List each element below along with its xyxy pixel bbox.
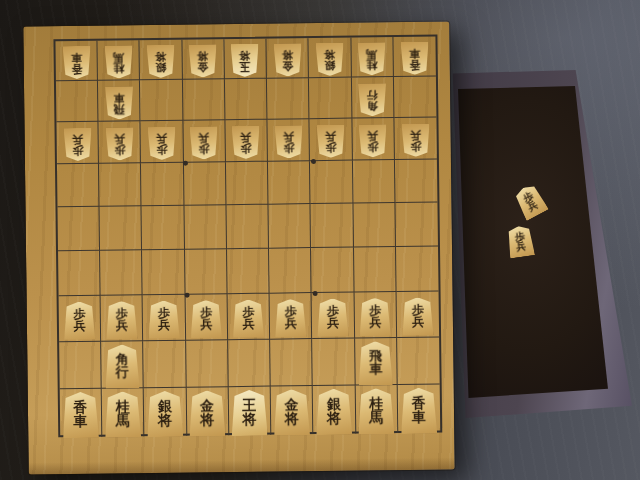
board-square[interactable]: 銀将 — [140, 40, 183, 81]
board-square[interactable]: 歩兵 — [310, 119, 353, 162]
board-square[interactable] — [140, 80, 183, 122]
piece-kanji: 香 — [71, 62, 82, 73]
board-square[interactable]: 香車 — [55, 41, 98, 82]
piece-kanji: 兵 — [241, 132, 252, 143]
board-square[interactable]: 飛車 — [355, 338, 398, 386]
board-square[interactable]: 香車 — [393, 37, 436, 78]
board-square[interactable] — [267, 78, 310, 120]
shogi-piece[interactable]: 歩兵 — [148, 300, 179, 338]
piece-kanji: 馬 — [113, 51, 124, 62]
shogi-piece[interactable]: 歩兵 — [63, 128, 91, 161]
shogi-piece[interactable]: 金将 — [189, 390, 226, 436]
piece-kanji: 銀 — [324, 59, 335, 70]
board-square[interactable] — [186, 340, 229, 388]
shogi-piece[interactable]: 金将 — [273, 43, 301, 76]
shogi-piece[interactable]: 歩兵 — [190, 300, 221, 338]
board-square[interactable] — [352, 160, 395, 204]
board-square[interactable]: 歩兵 — [99, 121, 142, 164]
board-square[interactable] — [226, 205, 269, 250]
board-square[interactable]: 金将 — [267, 38, 310, 79]
captured-piece[interactable]: 歩兵 — [512, 182, 549, 221]
captured-piece[interactable]: 歩兵 — [506, 224, 535, 258]
piece-kanji: 兵 — [242, 318, 254, 330]
star-point — [311, 159, 316, 164]
board-square[interactable] — [397, 338, 440, 386]
board-square[interactable] — [269, 204, 312, 249]
piece-kanji: 兵 — [156, 133, 167, 144]
piece-kanji: 兵 — [325, 131, 336, 142]
piece-kanji: 桂 — [366, 59, 377, 70]
piece-kanji: 兵 — [285, 318, 297, 330]
piece-kanji: 将 — [240, 50, 251, 61]
piece-kanji: 歩 — [325, 141, 336, 152]
board-square[interactable]: 歩兵 — [183, 120, 226, 163]
board-square[interactable] — [100, 250, 143, 296]
piece-kanji: 車 — [74, 415, 88, 429]
shogi-piece[interactable]: 歩兵 — [359, 124, 387, 157]
board-square[interactable]: 歩兵 — [312, 293, 355, 340]
board-square[interactable] — [183, 79, 226, 121]
piece-kanji: 兵 — [526, 199, 539, 212]
board-square[interactable]: 桂馬 — [98, 40, 141, 81]
piece-kanji: 将 — [155, 51, 166, 62]
piece-kanji: 歩 — [241, 142, 252, 153]
piece-kanji: 馬 — [369, 411, 383, 425]
piece-kanji: 兵 — [283, 131, 294, 142]
board-square[interactable]: 歩兵 — [185, 294, 228, 341]
piece-kanji: 金 — [282, 60, 293, 71]
piece-kanji: 兵 — [198, 132, 209, 143]
board-square[interactable] — [227, 249, 270, 295]
board-square[interactable]: 歩兵 — [396, 292, 439, 339]
piece-kanji: 兵 — [369, 317, 381, 329]
board-square[interactable]: 銀将 — [144, 388, 187, 437]
shogi-piece[interactable]: 歩兵 — [316, 125, 344, 158]
shogi-piece[interactable]: 歩兵 — [317, 298, 348, 336]
piece-kanji: 歩 — [198, 143, 209, 154]
board-square[interactable]: 金将 — [182, 39, 225, 80]
piece-kanji: 将 — [243, 413, 257, 427]
shogi-piece[interactable]: 歩兵 — [232, 126, 260, 159]
board-square[interactable]: 玉将 — [224, 39, 267, 80]
shogi-piece[interactable]: 角行 — [358, 83, 386, 116]
shogi-piece[interactable]: 歩兵 — [190, 126, 218, 159]
shogi-piece[interactable]: 銀将 — [147, 45, 175, 78]
board-square[interactable]: 歩兵 — [394, 118, 437, 161]
board-square[interactable]: 香車 — [60, 389, 103, 438]
shogi-piece[interactable]: 歩兵 — [64, 301, 95, 339]
piece-kanji: 兵 — [114, 133, 125, 144]
piece-kanji: 車 — [369, 363, 382, 376]
shogi-piece[interactable]: 飛車 — [105, 86, 133, 119]
shogi-piece[interactable]: 角行 — [105, 344, 140, 388]
board-square[interactable] — [311, 248, 354, 294]
shogi-piece[interactable]: 銀将 — [315, 43, 343, 76]
piece-kanji: 桂 — [113, 62, 124, 73]
piece-kanji: 歩 — [283, 142, 294, 153]
board-square[interactable]: 歩兵 — [101, 295, 144, 342]
star-point — [185, 293, 190, 298]
shogi-piece[interactable]: 玉将 — [231, 44, 259, 77]
piece-kanji: 将 — [282, 49, 293, 60]
board-square[interactable]: 角行 — [351, 77, 394, 119]
piece-kanji: 金 — [197, 61, 208, 72]
star-point — [313, 291, 318, 296]
piece-kanji: 将 — [197, 50, 208, 61]
board-square[interactable] — [225, 79, 268, 121]
board-square[interactable]: 桂馬 — [355, 385, 398, 434]
board-square[interactable] — [184, 205, 227, 250]
piece-kanji: 兵 — [327, 317, 339, 329]
piece-kanji: 将 — [200, 413, 214, 427]
board-square[interactable]: 歩兵 — [354, 292, 397, 339]
shogi-piece[interactable]: 歩兵 — [233, 299, 264, 337]
piece-kanji: 歩 — [367, 141, 378, 152]
board-square[interactable]: 飛車 — [98, 80, 141, 122]
piece-kanji: 馬 — [116, 414, 130, 428]
board-square[interactable] — [395, 203, 438, 248]
board-square[interactable] — [310, 161, 353, 205]
star-point — [183, 161, 188, 166]
board-square[interactable] — [185, 249, 228, 295]
board-grid: 香車桂馬銀将金将玉将金将銀将桂馬香車飛車角行歩兵歩兵歩兵歩兵歩兵歩兵歩兵歩兵歩兵… — [53, 35, 442, 438]
piece-kanji: 歩 — [114, 144, 125, 155]
board-square[interactable] — [184, 162, 227, 206]
board-square[interactable]: 歩兵 — [56, 122, 99, 165]
shogi-piece[interactable]: 銀将 — [316, 389, 353, 435]
board-square[interactable]: 銀将 — [309, 38, 352, 79]
shogi-piece[interactable]: 金将 — [189, 44, 217, 77]
shogi-piece[interactable]: 歩兵 — [275, 299, 306, 337]
board-square[interactable]: 金将 — [271, 386, 314, 435]
board-square[interactable]: 歩兵 — [141, 121, 184, 164]
board-square[interactable]: 王将 — [229, 387, 272, 436]
board-square[interactable] — [226, 162, 269, 206]
table-background: 香車桂馬銀将金将玉将金将銀将桂馬香車飛車角行歩兵歩兵歩兵歩兵歩兵歩兵歩兵歩兵歩兵… — [0, 0, 640, 480]
board-square[interactable] — [56, 81, 99, 123]
shogi-piece[interactable]: 歩兵 — [401, 124, 429, 157]
board-square[interactable]: 銀将 — [313, 386, 356, 435]
board-square[interactable] — [309, 78, 352, 120]
piece-kanji: 車 — [409, 48, 420, 59]
board-square[interactable]: 歩兵 — [227, 294, 270, 341]
piece-kanji: 車 — [113, 92, 124, 103]
shogi-piece[interactable]: 桂馬 — [358, 388, 395, 434]
board-square[interactable] — [100, 206, 143, 251]
piece-kanji: 兵 — [72, 134, 83, 145]
piece-kanji: 兵 — [516, 241, 527, 252]
board-square[interactable] — [142, 206, 185, 251]
piece-kanji: 行 — [116, 366, 129, 379]
piece-kanji: 兵 — [200, 319, 212, 331]
shogi-board: 香車桂馬銀将金将玉将金将銀将桂馬香車飛車角行歩兵歩兵歩兵歩兵歩兵歩兵歩兵歩兵歩兵… — [23, 21, 454, 474]
piece-kanji: 兵 — [73, 320, 85, 332]
board-square[interactable] — [228, 340, 271, 388]
board-square[interactable] — [57, 207, 100, 252]
board-square[interactable] — [144, 341, 187, 389]
board-square[interactable]: 歩兵 — [143, 295, 186, 342]
board-square[interactable] — [394, 77, 437, 119]
shogi-piece[interactable]: 香車 — [62, 392, 99, 438]
board-square[interactable] — [311, 204, 354, 249]
shogi-piece[interactable]: 桂馬 — [358, 42, 386, 75]
board-square[interactable]: 歩兵 — [59, 296, 102, 343]
piece-kanji: 将 — [285, 412, 299, 426]
board-square[interactable] — [396, 247, 439, 293]
board-square[interactable] — [58, 251, 101, 297]
shogi-piece[interactable]: 香車 — [400, 42, 428, 75]
board-square[interactable]: 歩兵 — [268, 119, 311, 162]
shogi-piece[interactable]: 香車 — [62, 46, 90, 79]
piece-kanji: 兵 — [412, 316, 424, 328]
shogi-piece[interactable]: 歩兵 — [402, 297, 433, 335]
board-square[interactable] — [395, 160, 438, 204]
piece-kanji: 将 — [327, 412, 341, 426]
board-square[interactable] — [141, 163, 184, 207]
board-square[interactable] — [268, 161, 311, 205]
board-square[interactable] — [57, 164, 100, 208]
piece-kanji: 兵 — [410, 130, 421, 141]
piece-kanji: 歩 — [72, 144, 83, 155]
shogi-piece[interactable]: 歩兵 — [148, 127, 176, 160]
board-square[interactable] — [99, 163, 142, 207]
board-square[interactable]: 金将 — [186, 387, 229, 436]
board-square[interactable] — [270, 339, 313, 387]
piece-kanji: 兵 — [367, 130, 378, 141]
shogi-piece[interactable]: 銀将 — [147, 391, 184, 437]
shogi-piece[interactable]: 金将 — [273, 389, 310, 435]
piece-kanji: 香 — [409, 58, 420, 69]
board-square[interactable] — [312, 339, 355, 387]
shogi-piece[interactable]: 歩兵 — [106, 301, 137, 339]
piece-kanji: 銀 — [155, 61, 166, 72]
board-square[interactable]: 歩兵 — [270, 293, 313, 340]
piece-kanji: 兵 — [116, 320, 128, 332]
shogi-piece[interactable]: 歩兵 — [105, 127, 133, 160]
piece-kanji: 車 — [412, 411, 426, 425]
piece-kanji: 車 — [71, 52, 82, 63]
board-square[interactable] — [142, 250, 185, 296]
shogi-piece[interactable]: 香車 — [401, 388, 438, 434]
board-square[interactable] — [269, 248, 312, 294]
shogi-piece[interactable]: 王将 — [231, 390, 268, 436]
shogi-piece[interactable]: 飛車 — [358, 341, 393, 385]
board-square[interactable]: 桂馬 — [102, 388, 145, 437]
piece-kanji: 玉 — [240, 60, 251, 71]
board-square[interactable]: 香車 — [397, 385, 440, 434]
piece-kanji: 将 — [324, 49, 335, 60]
piece-kanji: 馬 — [366, 48, 377, 59]
piece-kanji: 兵 — [158, 319, 170, 331]
board-square[interactable]: 歩兵 — [225, 120, 268, 163]
shogi-piece[interactable]: 桂馬 — [105, 391, 142, 437]
board-square[interactable]: 角行 — [101, 341, 144, 389]
board-square[interactable] — [353, 203, 396, 248]
shogi-piece[interactable]: 歩兵 — [359, 298, 390, 336]
piece-kanji: 歩 — [410, 140, 421, 151]
board-square[interactable]: 桂馬 — [351, 37, 394, 78]
piece-kanji: 行 — [367, 89, 378, 100]
board-square[interactable]: 歩兵 — [352, 118, 395, 161]
board-square[interactable] — [59, 342, 102, 390]
shogi-piece[interactable]: 歩兵 — [274, 125, 302, 158]
piece-kanji: 歩 — [156, 143, 167, 154]
shogi-piece[interactable]: 桂馬 — [104, 45, 132, 78]
board-square[interactable] — [354, 247, 397, 293]
piece-kanji: 将 — [158, 414, 172, 428]
